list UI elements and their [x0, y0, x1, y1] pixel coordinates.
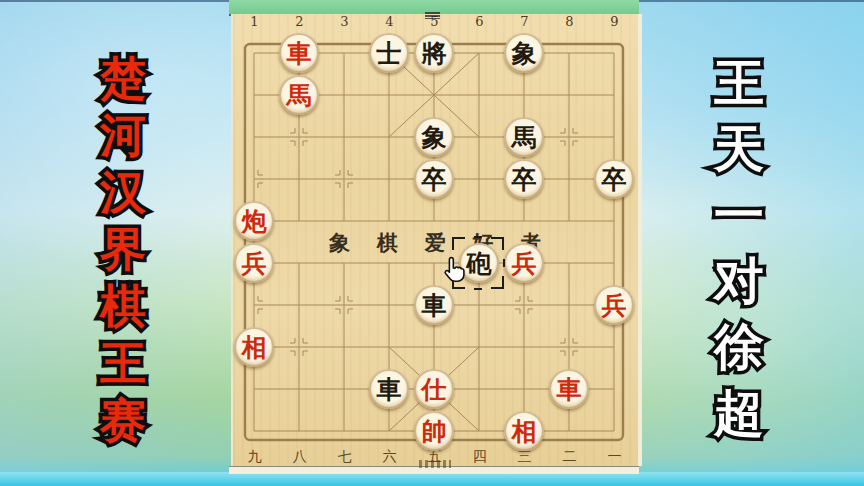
left-banner-char-1: 河: [100, 111, 146, 159]
right-banner-players: 王天一对徐超: [676, 57, 802, 439]
piece-black-卒[interactable]: 卒: [504, 159, 544, 199]
file-label-8: 8: [547, 14, 592, 32]
piece-black-車[interactable]: 車: [414, 285, 454, 325]
piece-glyph: 車: [377, 373, 402, 406]
piece-black-象[interactable]: 象: [504, 33, 544, 73]
piece-glyph: 卒: [512, 163, 537, 196]
piece-glyph: 車: [287, 37, 312, 70]
piece-red-仕[interactable]: 仕: [414, 369, 454, 409]
piece-red-兵[interactable]: 兵: [234, 243, 274, 283]
piece-red-兵[interactable]: 兵: [504, 243, 544, 283]
piece-glyph: 象: [422, 121, 447, 154]
piece-black-馬[interactable]: 馬: [504, 117, 544, 157]
piece-red-車[interactable]: 車: [279, 33, 319, 73]
right-banner-char-1: 天: [714, 123, 764, 175]
left-banner-char-6: 赛: [100, 396, 146, 444]
piece-red-帥[interactable]: 帥: [414, 411, 454, 451]
piece-red-相[interactable]: 相: [504, 411, 544, 451]
piece-glyph: 兵: [512, 247, 537, 280]
hand-cursor-icon: [441, 255, 467, 285]
piece-glyph: 卒: [422, 163, 447, 196]
left-banner-char-0: 楚: [100, 54, 146, 102]
piece-glyph: 車: [422, 289, 447, 322]
right-banner-char-0: 王: [714, 57, 764, 109]
screenshot-root: 楚河汉界棋王赛 王天一对徐超 123456789 九八七六五四三二一 象棋爱好者…: [0, 0, 864, 486]
file-label-3: 3: [322, 14, 367, 32]
piece-red-車[interactable]: 車: [549, 369, 589, 409]
left-banner-char-5: 王: [100, 339, 146, 387]
piece-glyph: 車: [557, 373, 582, 406]
piece-glyph: 卒: [602, 163, 627, 196]
piece-glyph: 炮: [242, 205, 267, 238]
piece-glyph: 帥: [422, 415, 447, 448]
piece-red-兵[interactable]: 兵: [594, 285, 634, 325]
file-label-6: 6: [457, 14, 502, 32]
piece-red-馬[interactable]: 馬: [279, 75, 319, 115]
left-banner-char-4: 棋: [100, 282, 146, 330]
piece-glyph: 將: [422, 37, 447, 70]
left-banner-char-3: 界: [100, 225, 146, 273]
bottom-cyan-strip: [0, 472, 864, 486]
file-label-1: 1: [232, 14, 277, 32]
piece-black-卒[interactable]: 卒: [594, 159, 634, 199]
right-banner-char-2: 一: [714, 189, 764, 241]
left-banner-char-2: 汉: [100, 168, 146, 216]
piece-red-相[interactable]: 相: [234, 327, 274, 367]
piece-black-士[interactable]: 士: [369, 33, 409, 73]
piece-glyph: 兵: [602, 289, 627, 322]
piece-glyph: 相: [512, 415, 537, 448]
file-label-9: 9: [592, 14, 637, 32]
piece-glyph: 馬: [287, 79, 312, 112]
piece-black-將[interactable]: 將: [414, 33, 454, 73]
pieces-layer: 車士將象馬象馬卒卒卒炮兵砲兵車兵相車仕車帥相: [232, 32, 637, 452]
piece-black-象[interactable]: 象: [414, 117, 454, 157]
file-label-4: 4: [367, 14, 412, 32]
left-banner-title: 楚河汉界棋王赛: [62, 54, 184, 444]
piece-red-炮[interactable]: 炮: [234, 201, 274, 241]
piece-black-車[interactable]: 車: [369, 369, 409, 409]
xiangqi-board[interactable]: 123456789 九八七六五四三二一 象棋爱好者 車士將象馬象馬卒卒卒炮兵砲兵…: [231, 14, 642, 466]
right-banner-char-3: 对: [714, 255, 764, 307]
piece-glyph: 相: [242, 331, 267, 364]
file-label-7: 7: [502, 14, 547, 32]
piece-glyph: 士: [377, 37, 402, 70]
piece-black-卒[interactable]: 卒: [414, 159, 454, 199]
right-banner-char-4: 徐: [714, 321, 764, 373]
piece-glyph: 象: [512, 37, 537, 70]
piece-glyph: 兵: [242, 247, 267, 280]
piece-glyph: 仕: [422, 373, 447, 406]
right-banner-char-5: 超: [714, 387, 764, 439]
file-label-2: 2: [277, 14, 322, 32]
watermark-smudge-top: [425, 12, 440, 19]
piece-glyph: 馬: [512, 121, 537, 154]
watermark-smudge-bottom: [419, 460, 451, 468]
